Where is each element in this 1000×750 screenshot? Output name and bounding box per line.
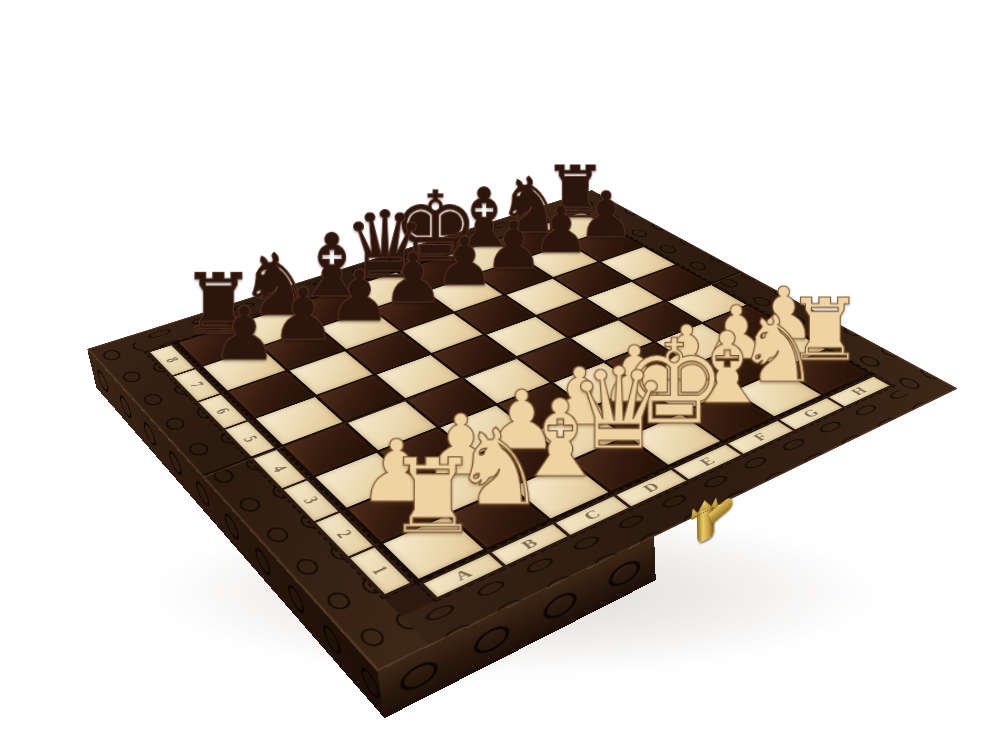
product-photo-stage: 87654321 ♜♞♝♛♚♝♞♜♟♟♟♟♟♟♟♟♟♟♟♟♟♟♟♟♜♞♝♛♚♝♞… — [0, 0, 1000, 750]
piece-black-pawn-a7[interactable]: ♟ — [190, 298, 298, 368]
board-top-face: 87654321 ♜♞♝♛♚♝♞♜♟♟♟♟♟♟♟♟♟♟♟♟♟♟♟♟♜♞♝♛♚♝♞… — [87, 190, 957, 671]
scene: 87654321 ♜♞♝♛♚♝♞♜♟♟♟♟♟♟♟♟♟♟♟♟♟♟♟♟♜♞♝♛♚♝♞… — [0, 0, 1000, 750]
piece-white-rook-a1[interactable]: ♜ — [368, 448, 498, 546]
chess-board: 87654321 ♜♞♝♛♚♝♞♜♟♟♟♟♟♟♟♟♟♟♟♟♟♟♟♟♜♞♝♛♚♝♞… — [87, 190, 957, 671]
clasp-hook — [708, 496, 734, 524]
file-label-g: G — [780, 398, 842, 429]
